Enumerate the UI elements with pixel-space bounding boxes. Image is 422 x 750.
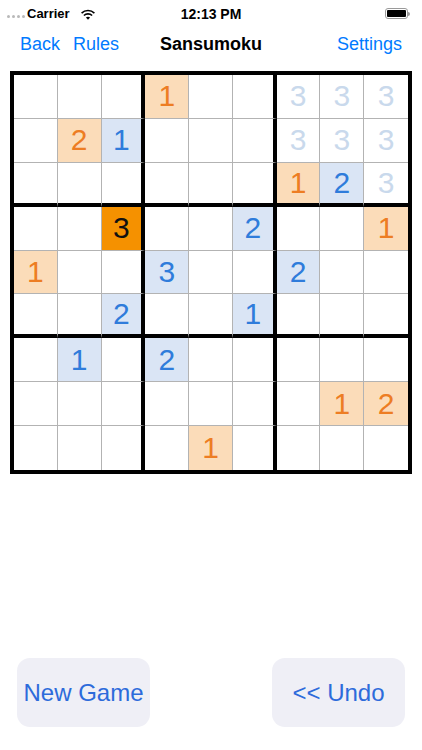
cell-r9c7[interactable]: [277, 426, 321, 470]
cell-r3c9[interactable]: 3: [364, 163, 408, 207]
cell-r5c6[interactable]: [233, 251, 277, 295]
cell-r5c3[interactable]: [102, 251, 146, 295]
cell-r1c9[interactable]: 3: [364, 75, 408, 119]
cell-r3c3[interactable]: [102, 163, 146, 207]
cell-r6c4[interactable]: [145, 294, 189, 338]
cell-r2c7[interactable]: 3: [277, 119, 321, 163]
cell-r1c3[interactable]: [102, 75, 146, 119]
cell-r6c2[interactable]: [58, 294, 102, 338]
cell-r7c7[interactable]: [277, 338, 321, 382]
cell-r7c8[interactable]: [320, 338, 364, 382]
undo-button[interactable]: << Undo: [272, 658, 405, 727]
nav-bar: Back Rules Sansumoku Settings: [0, 28, 422, 68]
cell-r1c7[interactable]: 3: [277, 75, 321, 119]
cell-r1c1[interactable]: [14, 75, 58, 119]
cell-r8c4[interactable]: [145, 382, 189, 426]
cell-r2c1[interactable]: [14, 119, 58, 163]
cell-r7c9[interactable]: [364, 338, 408, 382]
cell-r4c5[interactable]: [189, 207, 233, 251]
cell-r5c5[interactable]: [189, 251, 233, 295]
cell-r9c5[interactable]: 1: [189, 426, 233, 470]
cell-r4c2[interactable]: [58, 207, 102, 251]
board: 1333213331233211322112121: [10, 71, 412, 474]
cell-r4c6[interactable]: 2: [233, 207, 277, 251]
cell-r5c8[interactable]: [320, 251, 364, 295]
cell-r7c3[interactable]: [102, 338, 146, 382]
cell-r8c1[interactable]: [14, 382, 58, 426]
cell-r9c3[interactable]: [102, 426, 146, 470]
cell-r8c9[interactable]: 2: [364, 382, 408, 426]
cell-r5c1[interactable]: 1: [14, 251, 58, 295]
cell-r2c2[interactable]: 2: [58, 119, 102, 163]
cell-r7c4[interactable]: 2: [145, 338, 189, 382]
cell-r6c6[interactable]: 1: [233, 294, 277, 338]
cell-r8c3[interactable]: [102, 382, 146, 426]
clock: 12:13 PM: [0, 6, 422, 22]
cell-r6c3[interactable]: 2: [102, 294, 146, 338]
cell-r1c2[interactable]: [58, 75, 102, 119]
cell-r2c6[interactable]: [233, 119, 277, 163]
cell-r8c5[interactable]: [189, 382, 233, 426]
cell-r9c4[interactable]: [145, 426, 189, 470]
cell-r4c7[interactable]: [277, 207, 321, 251]
cell-r3c4[interactable]: [145, 163, 189, 207]
cell-r1c8[interactable]: 3: [320, 75, 364, 119]
cell-r7c6[interactable]: [233, 338, 277, 382]
cell-r1c4[interactable]: 1: [145, 75, 189, 119]
cell-r3c8[interactable]: 2: [320, 163, 364, 207]
cell-r4c8[interactable]: [320, 207, 364, 251]
cell-r6c9[interactable]: [364, 294, 408, 338]
cell-r2c8[interactable]: 3: [320, 119, 364, 163]
cell-r8c6[interactable]: [233, 382, 277, 426]
cell-r4c1[interactable]: [14, 207, 58, 251]
cell-r1c5[interactable]: [189, 75, 233, 119]
cell-r5c7[interactable]: 2: [277, 251, 321, 295]
cell-r6c7[interactable]: [277, 294, 321, 338]
cell-r2c5[interactable]: [189, 119, 233, 163]
cell-r8c8[interactable]: 1: [320, 382, 364, 426]
cell-r3c2[interactable]: [58, 163, 102, 207]
cell-r9c9[interactable]: [364, 426, 408, 470]
cell-r6c5[interactable]: [189, 294, 233, 338]
cell-r5c9[interactable]: [364, 251, 408, 295]
cell-r9c2[interactable]: [58, 426, 102, 470]
cell-r3c7[interactable]: 1: [277, 163, 321, 207]
cell-r2c9[interactable]: 3: [364, 119, 408, 163]
status-bar: Carrier 12:13 PM: [0, 0, 422, 28]
cell-r3c1[interactable]: [14, 163, 58, 207]
cell-r1c6[interactable]: [233, 75, 277, 119]
battery-icon: [385, 8, 408, 19]
cell-r9c6[interactable]: [233, 426, 277, 470]
cell-r9c8[interactable]: [320, 426, 364, 470]
cell-r5c2[interactable]: [58, 251, 102, 295]
cell-r7c2[interactable]: 1: [58, 338, 102, 382]
settings-button[interactable]: Settings: [337, 34, 402, 54]
cell-r8c7[interactable]: [277, 382, 321, 426]
cell-r4c4[interactable]: [145, 207, 189, 251]
new-game-button[interactable]: New Game: [17, 658, 150, 727]
cell-r7c1[interactable]: [14, 338, 58, 382]
cell-r9c1[interactable]: [14, 426, 58, 470]
cell-r4c3[interactable]: 3: [102, 207, 146, 251]
cell-r6c1[interactable]: [14, 294, 58, 338]
cell-r3c6[interactable]: [233, 163, 277, 207]
cell-r4c9[interactable]: 1: [364, 207, 408, 251]
cell-r2c4[interactable]: [145, 119, 189, 163]
cell-r6c8[interactable]: [320, 294, 364, 338]
cell-r8c2[interactable]: [58, 382, 102, 426]
cell-r3c5[interactable]: [189, 163, 233, 207]
cell-r2c3[interactable]: 1: [102, 119, 146, 163]
cell-r7c5[interactable]: [189, 338, 233, 382]
cell-r5c4[interactable]: 3: [145, 251, 189, 295]
